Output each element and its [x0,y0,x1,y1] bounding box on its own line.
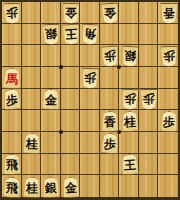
square-9f[interactable] [2,110,22,132]
square-8g[interactable]: 桂 [22,132,42,154]
square-2i[interactable] [139,175,159,197]
square-5c[interactable] [80,45,100,67]
piece-kanji: 王 [65,29,78,42]
square-6d[interactable] [61,67,81,89]
square-9d[interactable]: 馬 [2,67,22,89]
piece-sente-king-3h[interactable]: 王 [120,154,139,176]
piece-gote-gold-6a[interactable]: 金 [62,3,80,24]
square-9e[interactable]: 歩 [2,89,22,111]
square-7d[interactable] [41,67,61,89]
square-1i[interactable] [158,175,178,197]
square-3d[interactable] [119,67,139,89]
square-8b[interactable] [22,24,42,46]
piece-kanji: 王 [123,159,136,172]
piece-kanji: 馬 [6,72,18,84]
piece-kanji: 桂 [123,115,136,128]
square-4c[interactable]: 歩 [100,45,120,67]
piece-sente-gold-6i[interactable]: 金 [61,176,80,198]
square-4a[interactable]: 金 [100,2,120,24]
piece-kanji: 歩 [104,137,117,150]
piece-kanji: 飛 [6,181,19,194]
square-7g[interactable] [41,132,61,154]
star-point-1 [59,65,63,69]
piece-kanji: 金 [45,94,57,106]
square-7c[interactable] [41,45,61,67]
piece-sente-rook-9h[interactable]: 飛 [3,154,21,175]
piece-gote-pawn-5d[interactable]: 歩 [81,68,100,90]
square-2h[interactable] [139,154,159,176]
square-2d[interactable] [139,67,159,89]
square-3f[interactable]: 桂 [119,110,139,132]
square-3g[interactable] [119,132,139,154]
piece-kanji: 歩 [143,94,155,106]
square-6h[interactable] [61,154,81,176]
piece-sente-lance-4f[interactable]: 香 [101,111,119,132]
square-5b[interactable]: 角 [80,24,100,46]
square-9a[interactable]: 歩 [2,2,22,24]
piece-kanji: 銀 [45,181,57,193]
square-5d[interactable]: 歩 [80,67,100,89]
piece-sente-pawn-9e[interactable]: 歩 [3,89,22,111]
square-3e[interactable]: 歩 [119,89,139,111]
piece-gote-gold-4a[interactable]: 金 [101,2,120,24]
piece-sente-knight-3f[interactable]: 桂 [120,111,139,133]
square-2a[interactable] [139,2,159,24]
square-8i[interactable]: 桂 [22,175,42,197]
square-8h[interactable] [22,154,42,176]
piece-kanji: 桂 [26,181,38,193]
square-2b[interactable] [139,24,159,46]
square-2c[interactable] [139,45,159,67]
piece-kanji: 金 [65,181,78,194]
piece-kanji: 香 [163,7,175,19]
square-6f[interactable] [61,110,81,132]
square-6e[interactable] [61,89,81,111]
piece-kanji: 金 [65,7,77,19]
piece-sente-promoted-bishop-9d[interactable]: 馬 [3,68,21,89]
piece-sente-rook-9i[interactable]: 飛 [3,176,22,198]
board-grid: 歩金金香銀王角歩銀歩馬歩歩金歩歩香桂歩桂歩飛王飛桂銀金 [2,2,178,197]
piece-gote-pawn-3e[interactable]: 歩 [120,89,139,111]
shogi-board: 歩金金香銀王角歩銀歩馬歩歩金歩歩香桂歩桂歩飛王飛桂銀金 [0,0,180,200]
piece-kanji: 歩 [84,72,96,84]
square-7b[interactable]: 銀 [41,24,61,46]
piece-sente-gold-7e[interactable]: 金 [42,89,60,110]
square-7a[interactable] [41,2,61,24]
square-6i[interactable]: 金 [61,175,81,197]
square-5i[interactable] [80,175,100,197]
square-1d[interactable] [158,67,178,89]
square-3i[interactable] [119,175,139,197]
piece-kanji: 銀 [45,29,57,41]
square-8f[interactable] [22,110,42,132]
square-6b[interactable]: 王 [61,24,81,46]
piece-kanji: 金 [104,7,117,20]
square-1g[interactable] [158,132,178,154]
piece-gote-silver-7b[interactable]: 銀 [42,24,61,46]
square-1b[interactable] [158,24,178,46]
square-7i[interactable]: 銀 [41,175,61,197]
piece-kanji: 角 [84,29,97,42]
piece-kanji: 歩 [104,50,117,63]
piece-kanji: 歩 [123,94,135,106]
square-5h[interactable] [80,154,100,176]
square-5f[interactable] [80,110,100,132]
square-4b[interactable] [100,24,120,46]
square-6c[interactable] [61,45,81,67]
square-9c[interactable] [2,45,22,67]
piece-sente-knight-8i[interactable]: 桂 [23,177,41,198]
piece-sente-knight-8g[interactable]: 桂 [22,133,41,155]
square-5a[interactable] [80,2,100,24]
square-8a[interactable] [22,2,42,24]
piece-gote-pawn-4c[interactable]: 歩 [100,46,119,68]
piece-gote-king-6b[interactable]: 王 [61,24,80,46]
piece-kanji: 飛 [6,159,18,171]
piece-kanji: 香 [104,116,116,128]
square-4f[interactable]: 香 [100,110,120,132]
square-4e[interactable] [100,89,120,111]
square-3h[interactable]: 王 [119,154,139,176]
square-8d[interactable] [22,67,42,89]
square-9g[interactable] [2,132,22,154]
square-7e[interactable]: 金 [41,89,61,111]
square-4h[interactable] [100,154,120,176]
piece-kanji: 桂 [26,137,38,149]
piece-sente-pawn-4g[interactable]: 歩 [101,132,120,154]
square-4d[interactable] [100,67,120,89]
square-2f[interactable] [139,110,159,132]
piece-sente-silver-7i[interactable]: 銀 [42,177,60,198]
square-8c[interactable] [22,45,42,67]
square-3b[interactable] [119,24,139,46]
piece-kanji: 歩 [6,7,18,19]
piece-kanji: 歩 [6,94,19,107]
square-8e[interactable] [22,89,42,111]
piece-kanji: 歩 [163,115,175,127]
square-5e[interactable] [80,89,100,111]
square-1c[interactable]: 歩 [158,45,178,67]
star-point-3 [59,130,63,134]
piece-gote-bishop-5b[interactable]: 角 [81,24,100,46]
square-9h[interactable]: 飛 [2,154,22,176]
piece-kanji: 歩 [163,51,175,63]
square-9b[interactable] [2,24,22,46]
piece-sente-pawn-1f[interactable]: 歩 [160,111,179,133]
star-point-2 [117,65,121,69]
square-9i[interactable]: 飛 [2,175,22,197]
piece-kanji: 銀 [123,50,136,63]
square-2e[interactable]: 歩 [139,89,159,111]
piece-gote-lance-1a[interactable]: 香 [160,3,178,24]
square-1a[interactable]: 香 [158,2,178,24]
square-1e[interactable] [158,89,178,111]
piece-gote-pawn-9a[interactable]: 歩 [3,3,22,25]
square-7f[interactable] [41,110,61,132]
piece-gote-pawn-1c[interactable]: 歩 [160,46,178,67]
square-2g[interactable] [139,132,159,154]
square-3a[interactable] [119,2,139,24]
square-1h[interactable] [158,154,178,176]
square-6a[interactable]: 金 [61,2,81,24]
piece-gote-silver-3c[interactable]: 銀 [120,46,139,68]
square-1f[interactable]: 歩 [158,110,178,132]
square-5g[interactable] [80,132,100,154]
square-4i[interactable] [100,175,120,197]
square-4g[interactable]: 歩 [100,132,120,154]
square-3c[interactable]: 銀 [119,45,139,67]
piece-gote-pawn-2e[interactable]: 歩 [140,89,158,110]
square-6g[interactable] [61,132,81,154]
square-7h[interactable] [41,154,61,176]
